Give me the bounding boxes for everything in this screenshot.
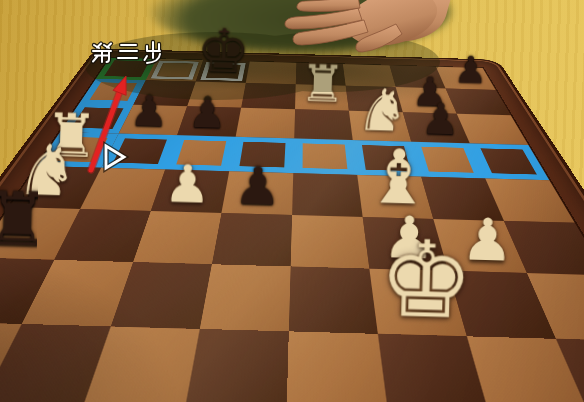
square-e1[interactable]: [286, 331, 388, 402]
black-pawn-d4[interactable]: ♟: [222, 159, 294, 213]
square-d8[interactable]: [246, 61, 297, 84]
square-c8[interactable]: ♚: [196, 60, 250, 83]
square-g1[interactable]: [467, 336, 584, 402]
square-d6[interactable]: [236, 108, 295, 139]
square-f2[interactable]: ♚: [369, 269, 466, 337]
white-pawn-c4[interactable]: ♟: [152, 157, 224, 211]
black-king-c8[interactable]: ♚: [196, 21, 247, 82]
chess-tutorial-scene: ♚♟♜♟♟♟♞♟♜♞♟♟♝♜♟♟♚: [0, 0, 584, 402]
black-rook-a3[interactable]: ♜: [0, 182, 58, 257]
square-e6[interactable]: [294, 109, 353, 140]
square-c4[interactable]: ♟: [151, 170, 229, 213]
square-e5[interactable]: [293, 138, 357, 174]
square-d7[interactable]: [241, 83, 296, 109]
square-c2[interactable]: [111, 262, 212, 329]
white-king-f2[interactable]: ♚: [377, 225, 468, 333]
board-grid: ♚♟♜♟♟♟♞♟♜♞♟♟♝♜♟♟♚: [0, 58, 584, 402]
square-b1[interactable]: [0, 324, 111, 402]
black-pawn-c6[interactable]: ♟: [178, 90, 237, 135]
square-d1[interactable]: [184, 329, 289, 402]
chess-board: ♚♟♜♟♟♟♞♟♜♞♟♟♝♜♟♟♚: [0, 50, 584, 402]
square-e7[interactable]: ♜: [295, 84, 349, 110]
square-d2[interactable]: [200, 264, 291, 331]
black-pawn-b6[interactable]: ♟: [119, 89, 178, 134]
chess-board-wrapper: ♚♟♜♟♟♟♞♟♜♞♟♟♝♜♟♟♚: [14, 0, 573, 402]
square-c6[interactable]: ♟: [177, 106, 241, 137]
square-e3[interactable]: [291, 215, 370, 269]
square-e4[interactable]: [292, 173, 363, 217]
white-knight-f6[interactable]: ♞: [353, 80, 413, 140]
square-c1[interactable]: [82, 326, 200, 402]
square-d4[interactable]: ♟: [221, 171, 293, 215]
square-b8[interactable]: [146, 59, 203, 82]
square-d3[interactable]: [212, 213, 292, 266]
square-e2[interactable]: [289, 266, 378, 333]
white-rook-e7[interactable]: ♜: [295, 58, 350, 110]
square-b3[interactable]: [54, 209, 150, 262]
